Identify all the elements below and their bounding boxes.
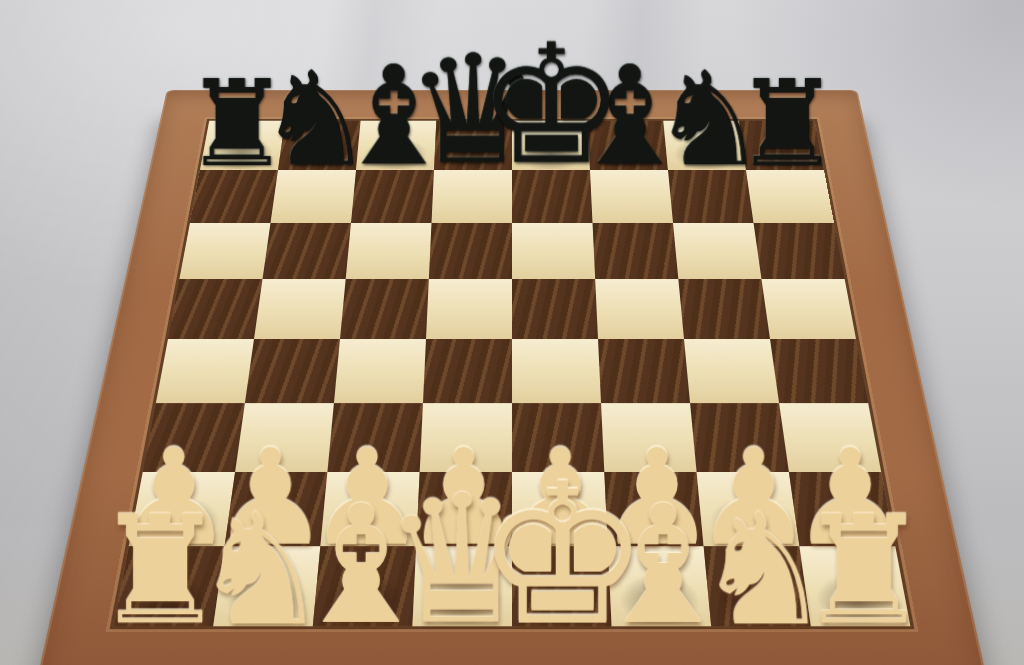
piece-shadow (706, 497, 791, 545)
square-h2: ♟ (789, 472, 895, 546)
square-b2: ♟ (225, 472, 328, 546)
square-a4 (156, 339, 254, 403)
square-c8: ♝ (356, 121, 436, 170)
square-a2: ♟ (129, 472, 235, 546)
square-a3 (143, 403, 245, 472)
square-g2: ♟ (697, 472, 800, 546)
square-h8: ♜ (739, 121, 824, 170)
board-frame: ♜♞♝♛♚♝♞♜♟♟♟♟♟♟♟♟♜♞♝♛♚♝♞♜ (37, 90, 988, 665)
square-g1: ♞ (704, 546, 811, 626)
square-g6 (673, 223, 761, 279)
square-a7 (190, 170, 278, 223)
piece-shadow (232, 497, 317, 545)
piece-shadow (613, 497, 696, 545)
square-d5 (426, 279, 512, 339)
square-f6 (593, 223, 679, 279)
square-a8: ♜ (200, 121, 285, 170)
piece-shadow (362, 137, 429, 169)
square-f4 (598, 339, 690, 403)
square-c6 (346, 223, 432, 279)
square-e6 (512, 223, 595, 279)
square-e2: ♟ (512, 472, 608, 546)
square-c2: ♟ (320, 472, 419, 546)
piece-shadow (617, 573, 703, 625)
square-a5 (168, 279, 263, 339)
piece-shadow (137, 497, 224, 545)
square-f7 (590, 170, 673, 223)
square-d1: ♛ (412, 546, 512, 626)
square-f1: ♝ (608, 546, 711, 626)
square-f3 (601, 403, 697, 472)
square-c3 (327, 403, 423, 472)
square-e5 (512, 279, 598, 339)
square-f5 (595, 279, 684, 339)
square-c5 (340, 279, 429, 339)
scene: ♜♞♝♛♚♝♞♜♟♟♟♟♟♟♟♟♜♞♝♛♚♝♞♜ (0, 0, 1024, 665)
square-e4 (512, 339, 601, 403)
square-e7 (512, 170, 593, 223)
square-g5 (678, 279, 770, 339)
square-a6 (179, 223, 270, 279)
piece-shadow (519, 497, 600, 545)
square-g7 (668, 170, 753, 223)
piece-shadow (811, 573, 902, 625)
square-h3 (779, 403, 881, 472)
piece-shadow (800, 497, 887, 545)
square-d7 (431, 170, 512, 223)
square-b1: ♞ (213, 546, 320, 626)
square-h1: ♜ (799, 546, 910, 626)
square-h4 (770, 339, 868, 403)
piece-shadow (328, 497, 411, 545)
piece-shadow (671, 137, 740, 169)
piece-shadow (420, 573, 504, 625)
chess-board: ♜♞♝♛♚♝♞♜♟♟♟♟♟♟♟♟♜♞♝♛♚♝♞♜ (37, 90, 988, 665)
square-e3 (512, 403, 604, 472)
piece-shadow (321, 573, 407, 625)
square-e1: ♚ (512, 546, 612, 626)
board-grid: ♜♞♝♛♚♝♞♜♟♟♟♟♟♟♟♟♜♞♝♛♚♝♞♜ (114, 121, 911, 626)
square-b7 (270, 170, 355, 223)
piece-shadow (440, 137, 506, 169)
square-d3 (420, 403, 512, 472)
square-f2: ♟ (604, 472, 703, 546)
square-b4 (245, 339, 340, 403)
piece-shadow (206, 137, 276, 169)
square-f8: ♝ (588, 121, 668, 170)
square-g8: ♞ (663, 121, 746, 170)
piece-shadow (747, 137, 817, 169)
square-d4 (423, 339, 512, 403)
square-b6 (263, 223, 351, 279)
square-d8: ♛ (434, 121, 512, 170)
square-h7 (746, 170, 834, 223)
square-c4 (334, 339, 426, 403)
square-b5 (254, 279, 346, 339)
square-c7 (351, 170, 434, 223)
square-b3 (235, 403, 334, 472)
piece-shadow (221, 573, 310, 625)
piece-shadow (122, 573, 213, 625)
square-h5 (761, 279, 856, 339)
piece-shadow (520, 573, 604, 625)
piece-shadow (424, 497, 505, 545)
piece-shadow (595, 137, 662, 169)
square-g3 (690, 403, 789, 472)
square-d6 (429, 223, 512, 279)
square-g4 (684, 339, 779, 403)
square-b8: ♞ (278, 121, 361, 170)
square-c1: ♝ (313, 546, 416, 626)
piece-shadow (284, 137, 353, 169)
piece-shadow (714, 573, 803, 625)
square-h6 (754, 223, 845, 279)
piece-shadow (518, 137, 584, 169)
photo-background: ♜♞♝♛♚♝♞♜♟♟♟♟♟♟♟♟♜♞♝♛♚♝♞♜ (0, 0, 1024, 665)
square-d2: ♟ (416, 472, 512, 546)
square-e8: ♚ (512, 121, 590, 170)
square-a1: ♜ (114, 546, 225, 626)
